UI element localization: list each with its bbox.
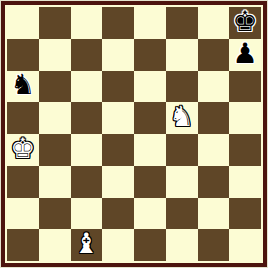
square-a3[interactable] bbox=[7, 166, 39, 198]
black-knight-a6[interactable]: ♞ bbox=[10, 71, 35, 99]
black-king-h8[interactable]: ♚ bbox=[233, 8, 258, 36]
square-b1[interactable] bbox=[39, 229, 71, 261]
square-h1[interactable] bbox=[229, 229, 261, 261]
square-f6[interactable] bbox=[166, 71, 198, 103]
square-c6[interactable] bbox=[71, 71, 103, 103]
square-b6[interactable] bbox=[39, 71, 71, 103]
square-g6[interactable] bbox=[198, 71, 230, 103]
white-knight-f5[interactable]: ♞ bbox=[169, 103, 194, 131]
square-g5[interactable] bbox=[198, 102, 230, 134]
square-h3[interactable] bbox=[229, 166, 261, 198]
square-f5[interactable]: ♞ bbox=[166, 102, 198, 134]
square-f1[interactable] bbox=[166, 229, 198, 261]
square-a7[interactable] bbox=[7, 39, 39, 71]
square-c4[interactable] bbox=[71, 134, 103, 166]
square-d2[interactable] bbox=[102, 198, 134, 230]
square-h7[interactable]: ♟ bbox=[229, 39, 261, 71]
square-d1[interactable] bbox=[102, 229, 134, 261]
square-b7[interactable] bbox=[39, 39, 71, 71]
square-e6[interactable] bbox=[134, 71, 166, 103]
square-d6[interactable] bbox=[102, 71, 134, 103]
square-c7[interactable] bbox=[71, 39, 103, 71]
square-f2[interactable] bbox=[166, 198, 198, 230]
square-h6[interactable] bbox=[229, 71, 261, 103]
square-d7[interactable] bbox=[102, 39, 134, 71]
square-g4[interactable] bbox=[198, 134, 230, 166]
square-e8[interactable] bbox=[134, 7, 166, 39]
square-a6[interactable]: ♞ bbox=[7, 71, 39, 103]
square-g2[interactable] bbox=[198, 198, 230, 230]
square-d5[interactable] bbox=[102, 102, 134, 134]
square-c1[interactable]: ♝ bbox=[71, 229, 103, 261]
square-h2[interactable] bbox=[229, 198, 261, 230]
square-d4[interactable] bbox=[102, 134, 134, 166]
black-pawn-h7[interactable]: ♟ bbox=[233, 40, 258, 68]
square-c5[interactable] bbox=[71, 102, 103, 134]
square-a4[interactable]: ♚ bbox=[7, 134, 39, 166]
square-f3[interactable] bbox=[166, 166, 198, 198]
square-e1[interactable] bbox=[134, 229, 166, 261]
square-a2[interactable] bbox=[7, 198, 39, 230]
square-e5[interactable] bbox=[134, 102, 166, 134]
square-d3[interactable] bbox=[102, 166, 134, 198]
square-g8[interactable] bbox=[198, 7, 230, 39]
square-c2[interactable] bbox=[71, 198, 103, 230]
square-g1[interactable] bbox=[198, 229, 230, 261]
square-f8[interactable] bbox=[166, 7, 198, 39]
square-e7[interactable] bbox=[134, 39, 166, 71]
square-h5[interactable] bbox=[229, 102, 261, 134]
square-a1[interactable] bbox=[7, 229, 39, 261]
square-a8[interactable] bbox=[7, 7, 39, 39]
board: ♚♟♞♞♚♝ bbox=[7, 7, 261, 261]
square-b2[interactable] bbox=[39, 198, 71, 230]
square-b3[interactable] bbox=[39, 166, 71, 198]
square-b5[interactable] bbox=[39, 102, 71, 134]
square-g3[interactable] bbox=[198, 166, 230, 198]
square-c8[interactable] bbox=[71, 7, 103, 39]
white-bishop-c1[interactable]: ♝ bbox=[74, 230, 99, 258]
white-king-a4[interactable]: ♚ bbox=[10, 135, 35, 163]
square-b8[interactable] bbox=[39, 7, 71, 39]
square-e2[interactable] bbox=[134, 198, 166, 230]
square-f7[interactable] bbox=[166, 39, 198, 71]
square-d8[interactable] bbox=[102, 7, 134, 39]
square-g7[interactable] bbox=[198, 39, 230, 71]
square-h4[interactable] bbox=[229, 134, 261, 166]
square-a5[interactable] bbox=[7, 102, 39, 134]
square-e3[interactable] bbox=[134, 166, 166, 198]
square-h8[interactable]: ♚ bbox=[229, 7, 261, 39]
board-frame: ♚♟♞♞♚♝ bbox=[0, 0, 268, 268]
square-c3[interactable] bbox=[71, 166, 103, 198]
board-inner-liner: ♚♟♞♞♚♝ bbox=[5, 5, 263, 263]
square-b4[interactable] bbox=[39, 134, 71, 166]
square-f4[interactable] bbox=[166, 134, 198, 166]
square-e4[interactable] bbox=[134, 134, 166, 166]
